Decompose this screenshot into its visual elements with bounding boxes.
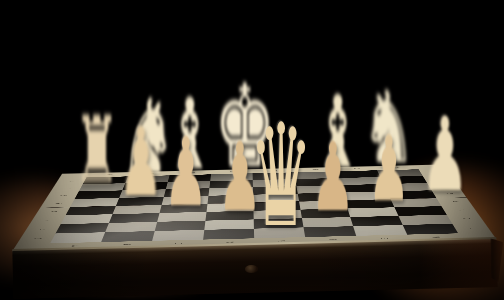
piece-white-pawn-h3: ♟ xyxy=(421,104,469,206)
pieces-layer: ♜♞♟♝♟♚♟♛♟♝♟♞♟ xyxy=(0,0,504,300)
piece-white-pawn-f3: ♟ xyxy=(311,130,355,225)
piece-white-pawn-g3: ♟ xyxy=(368,124,410,214)
piece-white-rook-a4: ♜ xyxy=(74,105,119,197)
piece-white-pawn-c3: ♟ xyxy=(164,125,208,220)
chess-photo: AABBCCDDEEFFGGHH8877665544332211 ♜♞♟♝♟♚♟… xyxy=(0,0,504,300)
piece-white-queen-e2: ♛ xyxy=(249,105,313,247)
piece-white-pawn-b3: ♟ xyxy=(119,115,163,210)
